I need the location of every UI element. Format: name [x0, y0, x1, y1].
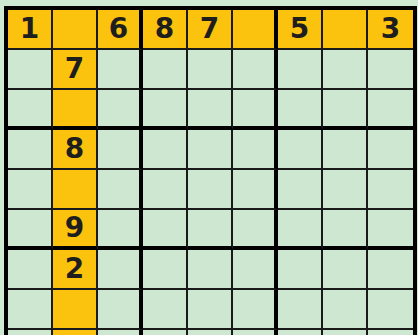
- sudoku-cell[interactable]: [233, 290, 278, 330]
- sudoku-cell[interactable]: 7: [188, 10, 233, 50]
- sudoku-cell[interactable]: [53, 290, 98, 330]
- sudoku-cell[interactable]: 8: [143, 10, 188, 50]
- sudoku-cell[interactable]: [323, 250, 368, 290]
- sudoku-cell[interactable]: [188, 250, 233, 290]
- sudoku-cell[interactable]: [233, 130, 278, 170]
- sudoku-cell[interactable]: [323, 210, 368, 250]
- sudoku-cell[interactable]: [278, 210, 323, 250]
- sudoku-cell[interactable]: [8, 90, 53, 130]
- sudoku-cell[interactable]: [8, 50, 53, 90]
- sudoku-cell[interactable]: 2: [53, 250, 98, 290]
- sudoku-cell[interactable]: [233, 210, 278, 250]
- sudoku-cell[interactable]: [188, 50, 233, 90]
- sudoku-cell[interactable]: [143, 50, 188, 90]
- sudoku-cell[interactable]: [323, 330, 368, 335]
- sudoku-cell[interactable]: [233, 90, 278, 130]
- sudoku-cell[interactable]: [8, 250, 53, 290]
- sudoku-cell[interactable]: [98, 170, 143, 210]
- sudoku-cell[interactable]: [368, 170, 413, 210]
- sudoku-cell[interactable]: 8: [53, 130, 98, 170]
- sudoku-cell[interactable]: [98, 130, 143, 170]
- sudoku-cell[interactable]: [8, 330, 53, 335]
- sudoku-cell[interactable]: [368, 50, 413, 90]
- sudoku-cell[interactable]: [188, 210, 233, 250]
- sudoku-cell[interactable]: [323, 170, 368, 210]
- sudoku-cell[interactable]: [368, 210, 413, 250]
- sudoku-cell[interactable]: 6: [98, 10, 143, 50]
- sudoku-cell[interactable]: [8, 170, 53, 210]
- sudoku-cell[interactable]: [188, 90, 233, 130]
- sudoku-cell[interactable]: [368, 250, 413, 290]
- sudoku-cell[interactable]: [278, 250, 323, 290]
- sudoku-cell[interactable]: [368, 330, 413, 335]
- sudoku-board: 1687537892: [4, 6, 417, 335]
- sudoku-cell[interactable]: [53, 170, 98, 210]
- sudoku-cell[interactable]: [368, 90, 413, 130]
- sudoku-cell[interactable]: [323, 50, 368, 90]
- sudoku-cell[interactable]: [143, 90, 188, 130]
- sudoku-cell[interactable]: [278, 290, 323, 330]
- sudoku-cell[interactable]: [323, 10, 368, 50]
- sudoku-cell[interactable]: [53, 10, 98, 50]
- sudoku-cell[interactable]: [188, 290, 233, 330]
- sudoku-cell[interactable]: [188, 170, 233, 210]
- sudoku-cell[interactable]: [53, 90, 98, 130]
- sudoku-cell[interactable]: [233, 170, 278, 210]
- sudoku-cell[interactable]: [323, 290, 368, 330]
- sudoku-cell[interactable]: [143, 210, 188, 250]
- sudoku-cell[interactable]: [143, 330, 188, 335]
- sudoku-cell[interactable]: [278, 330, 323, 335]
- sudoku-cell[interactable]: [278, 50, 323, 90]
- sudoku-cell[interactable]: [188, 330, 233, 335]
- sudoku-cell[interactable]: [188, 130, 233, 170]
- sudoku-cell[interactable]: [53, 330, 98, 335]
- sudoku-cell[interactable]: [323, 90, 368, 130]
- sudoku-cell[interactable]: [323, 130, 368, 170]
- sudoku-cell[interactable]: [233, 330, 278, 335]
- sudoku-cell[interactable]: [143, 130, 188, 170]
- sudoku-cell[interactable]: [8, 130, 53, 170]
- sudoku-cell[interactable]: [98, 90, 143, 130]
- sudoku-cell[interactable]: [8, 210, 53, 250]
- sudoku-cell[interactable]: [233, 250, 278, 290]
- sudoku-cell[interactable]: [143, 250, 188, 290]
- sudoku-cell[interactable]: [98, 330, 143, 335]
- sudoku-cell[interactable]: 9: [53, 210, 98, 250]
- sudoku-cell[interactable]: [278, 130, 323, 170]
- sudoku-cell[interactable]: 7: [53, 50, 98, 90]
- sudoku-cell[interactable]: [98, 250, 143, 290]
- sudoku-cell[interactable]: [233, 10, 278, 50]
- sudoku-cell[interactable]: [368, 290, 413, 330]
- sudoku-cell[interactable]: [98, 290, 143, 330]
- sudoku-cell[interactable]: 3: [368, 10, 413, 50]
- sudoku-cell[interactable]: 1: [8, 10, 53, 50]
- sudoku-cell[interactable]: [143, 170, 188, 210]
- sudoku-cell[interactable]: [278, 170, 323, 210]
- sudoku-cell[interactable]: [98, 50, 143, 90]
- sudoku-cell[interactable]: [143, 290, 188, 330]
- sudoku-cell[interactable]: [278, 90, 323, 130]
- sudoku-cell[interactable]: [233, 50, 278, 90]
- sudoku-cell[interactable]: [8, 290, 53, 330]
- sudoku-cell[interactable]: [98, 210, 143, 250]
- sudoku-cell[interactable]: [368, 130, 413, 170]
- sudoku-cell[interactable]: 5: [278, 10, 323, 50]
